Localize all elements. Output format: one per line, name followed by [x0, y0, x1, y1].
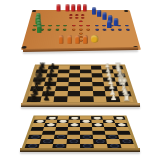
blue-track-hole	[102, 25, 106, 27]
orange-peg	[83, 35, 88, 44]
corner-screw	[124, 10, 129, 12]
blue-peg	[92, 7, 96, 14]
orange-track-hole	[72, 29, 76, 31]
yellow-peg	[91, 35, 99, 43]
blue-peg	[107, 20, 111, 28]
chess-board: ♜♟♟♜♞♟♟♞♝♟♟♝♛♟♟♛♚♟♟♚♝♟♟♝♞♟♟♞♜♟♟♜	[22, 65, 138, 104]
blue-track-hole	[111, 29, 115, 31]
black-pawn: ♟	[43, 94, 50, 102]
red-track-hole	[72, 25, 76, 27]
orange-peg	[59, 35, 64, 44]
orange-peg	[75, 35, 80, 44]
green-track-hole	[63, 25, 67, 27]
board-games-product-photo: ♜♟♟♜♞♟♟♞♝♟♟♝♛♟♟♛♚♟♟♚♝♟♟♝♞♟♟♞♜♟♟♜	[0, 0, 160, 160]
chess-square	[80, 86, 93, 91]
green-peg	[37, 25, 42, 33]
green-track-hole	[32, 29, 36, 31]
chess-square	[80, 96, 93, 102]
red-track-hole	[75, 17, 78, 19]
blue-track-hole	[95, 25, 99, 27]
peg-race-board-surface	[21, 10, 141, 50]
red-track-hole	[69, 14, 72, 16]
black-rook: ♜	[29, 93, 37, 102]
red-track-hole	[75, 14, 78, 16]
orange-track-hole	[79, 33, 83, 35]
peg-race-board-edge	[23, 47, 138, 52]
blue-track-hole	[103, 29, 107, 31]
checkers-board	[21, 115, 139, 150]
green-track-hole	[48, 29, 52, 31]
chess-square	[55, 86, 68, 91]
blue-track-hole	[95, 29, 99, 31]
blue-peg	[103, 12, 107, 20]
chess-square: ♜	[27, 96, 42, 102]
chess-square	[92, 86, 105, 91]
blue-peg	[97, 10, 101, 18]
green-track-hole	[48, 25, 52, 27]
red-track-hole	[69, 17, 72, 19]
chess-board-edge	[21, 103, 140, 107]
blue-peg	[114, 18, 118, 26]
white-rook: ♜	[122, 93, 130, 102]
white-pawn: ♟	[110, 94, 117, 102]
orange-track-hole	[87, 29, 91, 31]
orange-track-hole	[79, 29, 83, 31]
chess-square: ♟	[40, 96, 54, 102]
blue-track-hole	[126, 29, 130, 31]
red-track-hole	[81, 17, 84, 19]
chess-square	[53, 96, 67, 102]
chess-square	[93, 96, 107, 102]
checkers-grid	[25, 116, 136, 148]
red-track-hole	[81, 14, 84, 16]
red-peg	[83, 4, 87, 11]
chess-square	[67, 86, 80, 91]
orange-peg	[67, 35, 72, 44]
red-track-hole	[87, 25, 91, 27]
chess-square	[67, 96, 80, 102]
red-peg	[56, 4, 60, 11]
chess-square: ♜	[119, 96, 134, 102]
blue-track-hole	[125, 25, 129, 27]
blue-track-hole	[118, 29, 122, 31]
green-track-hole	[56, 25, 60, 27]
red-peg	[77, 4, 81, 11]
red-peg	[71, 4, 75, 11]
red-peg	[65, 4, 69, 11]
chess-square: ♟	[106, 96, 120, 102]
green-track-hole	[55, 29, 59, 31]
green-track-hole	[63, 29, 67, 31]
checkers-board-edge	[20, 148, 140, 152]
red-track-hole	[79, 25, 83, 27]
chess-grid: ♜♟♟♜♞♟♟♞♝♟♟♝♛♟♟♛♚♟♟♚♝♟♟♝♞♟♟♞♜♟♟♜	[27, 66, 134, 102]
corner-screw	[32, 10, 37, 12]
red-track-hole	[79, 21, 82, 23]
